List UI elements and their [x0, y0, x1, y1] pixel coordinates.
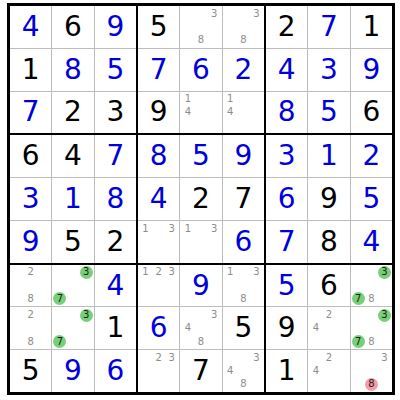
candidate-slot-8 — [194, 248, 207, 261]
box-4: 647318952 — [10, 135, 136, 262]
candidate-slot-1 — [181, 308, 194, 321]
cell-r7c2[interactable]: 37 — [52, 265, 93, 307]
candidate-grid: 378 — [352, 308, 391, 348]
candidate-slot-6 — [250, 106, 263, 119]
solved-digit: 7 — [278, 228, 296, 256]
candidate-8: 8 — [198, 337, 204, 347]
cell-r3c5[interactable]: 14 — [180, 92, 221, 134]
candidate-slot-1: 1 — [181, 93, 194, 106]
candidate-slot-4: 4 — [224, 106, 237, 119]
candidate-slot-9 — [208, 34, 221, 47]
candidate-slot-1: 1 — [139, 266, 152, 279]
candidate-slot-4 — [139, 279, 152, 292]
cell-r6c1[interactable]: 9 — [10, 221, 51, 263]
cell-r7c6[interactable]: 138 — [223, 265, 264, 307]
candidate-slot-3: 3 — [250, 266, 263, 279]
cell-r8c5[interactable]: 348 — [180, 307, 221, 349]
candidate-slot-2 — [237, 7, 250, 20]
cell-r6c7[interactable]: 7 — [266, 221, 307, 263]
candidate-slot-5 — [365, 279, 378, 292]
cell-r2c4[interactable]: 7 — [138, 49, 179, 91]
given-digit: 2 — [106, 228, 124, 256]
candidate-grid: 138 — [224, 266, 263, 306]
candidate-slot-9 — [80, 335, 93, 348]
cell-r7c3[interactable]: 4 — [95, 265, 136, 307]
candidate-slot-2: 2 — [322, 308, 335, 321]
candidate-4: 4 — [313, 323, 319, 333]
candidate-slot-4: 4 — [224, 364, 237, 377]
cell-r8c6[interactable]: 5 — [223, 307, 264, 349]
cell-r5c2[interactable]: 1 — [52, 178, 93, 220]
cell-r2c2[interactable]: 8 — [52, 49, 93, 91]
candidate-slot-8 — [152, 292, 165, 305]
given-digit: 1 — [278, 357, 296, 385]
box-7: 2837428371596 — [10, 265, 136, 392]
candidate-slot-7 — [11, 292, 24, 305]
candidate-slot-4 — [53, 322, 66, 335]
candidate-slot-4: 4 — [309, 364, 322, 377]
cell-r5c3[interactable]: 8 — [95, 178, 136, 220]
candidate-grid: 14 — [224, 93, 263, 133]
candidate-3-green-highlight: 3 — [378, 309, 391, 322]
candidate-grid: 37 — [53, 308, 92, 348]
given-digit: 9 — [150, 98, 168, 126]
cell-r3c9[interactable]: 6 — [351, 92, 392, 134]
candidate-slot-3: 3 — [378, 308, 391, 321]
candidate-grid: 24 — [309, 351, 348, 391]
cell-r5c5[interactable]: 2 — [180, 178, 221, 220]
cell-r9c2[interactable]: 9 — [52, 350, 93, 392]
cell-r1c2[interactable]: 6 — [52, 6, 93, 48]
box-3: 271439856 — [266, 6, 392, 133]
cell-r4c6[interactable]: 9 — [223, 135, 264, 177]
box-8: 123913863485237348 — [138, 265, 264, 392]
candidate-slot-8: 8 — [194, 34, 207, 47]
candidate-slot-7 — [309, 378, 322, 391]
candidate-slot-1 — [309, 351, 322, 364]
candidate-slot-6 — [208, 322, 221, 335]
candidate-slot-7 — [224, 378, 237, 391]
candidate-grid: 38 — [352, 351, 391, 391]
cell-r7c7[interactable]: 5 — [266, 265, 307, 307]
candidate-2: 2 — [155, 353, 161, 363]
candidate-slot-4 — [53, 279, 66, 292]
cell-r2c9[interactable]: 9 — [351, 49, 392, 91]
given-digit: 6 — [64, 13, 82, 41]
candidate-8-red-highlight: 8 — [365, 378, 378, 391]
candidate-slot-5 — [365, 364, 378, 377]
candidate-slot-9 — [378, 335, 391, 348]
cell-r2c1[interactable]: 1 — [10, 49, 51, 91]
candidate-slot-2: 2 — [24, 266, 37, 279]
cell-r8c7[interactable]: 9 — [266, 307, 307, 349]
candidate-slot-2 — [237, 351, 250, 364]
solved-digit: 2 — [234, 56, 252, 84]
candidate-3: 3 — [169, 353, 175, 363]
candidate-grid: 13 — [139, 222, 178, 262]
candidate-slot-7 — [11, 335, 24, 348]
candidate-1: 1 — [227, 94, 233, 104]
given-digit: 5 — [64, 228, 82, 256]
solved-digit: 5 — [106, 56, 124, 84]
cell-r6c6[interactable]: 6 — [223, 221, 264, 263]
cell-r2c7[interactable]: 4 — [266, 49, 307, 91]
candidate-slot-8 — [66, 292, 79, 305]
candidate-slot-5 — [152, 279, 165, 292]
cell-r7c4[interactable]: 123 — [138, 265, 179, 307]
solved-digit: 1 — [320, 142, 338, 170]
candidate-slot-7 — [224, 34, 237, 47]
candidate-slot-5 — [322, 364, 335, 377]
candidate-2: 2 — [27, 267, 33, 277]
cell-r2c5[interactable]: 6 — [180, 49, 221, 91]
candidate-slot-5 — [66, 279, 79, 292]
candidate-slot-8 — [237, 119, 250, 132]
candidate-slot-7: 7 — [53, 292, 66, 305]
candidate-1: 1 — [227, 267, 233, 277]
cell-r5c9[interactable]: 5 — [351, 178, 392, 220]
candidate-slot-6 — [378, 364, 391, 377]
cell-r8c4[interactable]: 6 — [138, 307, 179, 349]
candidate-slot-9 — [250, 378, 263, 391]
cell-r1c1[interactable]: 4 — [10, 6, 51, 48]
candidate-slot-6 — [165, 364, 178, 377]
candidate-slot-4: 4 — [309, 322, 322, 335]
candidate-grid: 38 — [224, 7, 263, 47]
candidate-2: 2 — [155, 267, 161, 277]
candidate-slot-6 — [165, 279, 178, 292]
solved-digit: 1 — [64, 185, 82, 213]
candidate-8: 8 — [198, 35, 204, 45]
cell-r9c9[interactable]: 38 — [351, 350, 392, 392]
cell-r1c6[interactable]: 38 — [223, 6, 264, 48]
candidate-slot-3: 3 — [208, 222, 221, 235]
candidate-slot-3: 3 — [80, 266, 93, 279]
cell-r5c6[interactable]: 7 — [223, 178, 264, 220]
cell-r5c8[interactable]: 9 — [308, 178, 349, 220]
candidate-slot-1 — [53, 308, 66, 321]
cell-r1c9[interactable]: 1 — [351, 6, 392, 48]
cell-r1c4[interactable]: 5 — [138, 6, 179, 48]
cell-r8c1[interactable]: 28 — [10, 307, 51, 349]
candidate-slot-3 — [208, 93, 221, 106]
solved-digit: 9 — [362, 56, 380, 84]
solved-digit: 8 — [64, 56, 82, 84]
cell-r7c9[interactable]: 378 — [351, 265, 392, 307]
candidate-slot-1 — [181, 7, 194, 20]
solved-digit: 4 — [22, 13, 40, 41]
candidate-slot-1 — [11, 308, 24, 321]
cell-r9c7[interactable]: 1 — [266, 350, 307, 392]
candidate-slot-2 — [365, 351, 378, 364]
candidate-slot-4 — [224, 20, 237, 33]
candidate-slot-9 — [250, 119, 263, 132]
candidate-slot-5 — [237, 364, 250, 377]
candidate-slot-2: 2 — [322, 351, 335, 364]
cell-r8c3[interactable]: 1 — [95, 307, 136, 349]
solved-digit: 9 — [234, 142, 252, 170]
cell-r5c4[interactable]: 4 — [138, 178, 179, 220]
cell-r6c9[interactable]: 4 — [351, 221, 392, 263]
candidate-slot-5 — [194, 106, 207, 119]
candidate-slot-2 — [237, 266, 250, 279]
candidate-slot-3 — [336, 308, 349, 321]
candidate-slot-9 — [37, 335, 50, 348]
candidate-slot-8: 8 — [365, 335, 378, 348]
candidate-3-green-highlight: 3 — [80, 309, 93, 322]
candidate-slot-8: 8 — [365, 378, 378, 391]
candidate-1: 1 — [185, 224, 191, 234]
candidate-slot-6 — [37, 322, 50, 335]
cell-r3c1[interactable]: 7 — [10, 92, 51, 134]
cell-r4c4[interactable]: 8 — [138, 135, 179, 177]
cell-r9c6[interactable]: 348 — [223, 350, 264, 392]
solved-digit: 6 — [106, 357, 124, 385]
candidate-3: 3 — [253, 9, 259, 19]
candidate-slot-7 — [224, 292, 237, 305]
cell-r7c5[interactable]: 9 — [180, 265, 221, 307]
cell-r9c4[interactable]: 23 — [138, 350, 179, 392]
candidate-slot-5 — [66, 322, 79, 335]
sudoku-board: 4691857235383876291414271439856647318952… — [7, 3, 395, 395]
solved-digit: 3 — [320, 56, 338, 84]
candidate-8: 8 — [27, 294, 33, 304]
candidate-grid: 37 — [53, 266, 92, 306]
candidate-4: 4 — [185, 323, 191, 333]
cell-r5c7[interactable]: 6 — [266, 178, 307, 220]
given-digit: 4 — [64, 142, 82, 170]
cell-r2c8[interactable]: 3 — [308, 49, 349, 91]
cell-r4c3[interactable]: 7 — [95, 135, 136, 177]
candidate-slot-9 — [37, 292, 50, 305]
candidate-slot-1: 1 — [224, 93, 237, 106]
cell-r8c9[interactable]: 378 — [351, 307, 392, 349]
candidate-7-green-highlight: 7 — [352, 335, 365, 348]
cell-r9c3[interactable]: 6 — [95, 350, 136, 392]
candidate-3: 3 — [253, 353, 259, 363]
candidate-slot-8 — [152, 378, 165, 391]
candidate-slot-3 — [336, 351, 349, 364]
candidate-slot-4 — [181, 235, 194, 248]
candidate-slot-6 — [80, 322, 93, 335]
solved-digit: 6 — [150, 314, 168, 342]
cell-r7c8[interactable]: 6 — [308, 265, 349, 307]
solved-digit: 6 — [278, 185, 296, 213]
cell-r1c3[interactable]: 9 — [95, 6, 136, 48]
cell-r4c5[interactable]: 5 — [180, 135, 221, 177]
cell-r6c3[interactable]: 2 — [95, 221, 136, 263]
cell-r4c7[interactable]: 3 — [266, 135, 307, 177]
candidate-8: 8 — [240, 35, 246, 45]
candidate-slot-3: 3 — [208, 308, 221, 321]
candidate-slot-5 — [152, 235, 165, 248]
cell-r3c2[interactable]: 2 — [52, 92, 93, 134]
given-digit: 5 — [22, 357, 40, 385]
solved-digit: 6 — [192, 56, 210, 84]
candidate-slot-1 — [224, 7, 237, 20]
candidate-slot-5 — [152, 364, 165, 377]
candidate-slot-3: 3 — [165, 351, 178, 364]
given-digit: 6 — [22, 142, 40, 170]
solved-digit: 7 — [150, 56, 168, 84]
candidate-slot-6 — [37, 279, 50, 292]
candidate-grid: 123 — [139, 266, 178, 306]
cell-r4c1[interactable]: 6 — [10, 135, 51, 177]
cell-r2c3[interactable]: 5 — [95, 49, 136, 91]
candidate-2: 2 — [326, 353, 332, 363]
given-digit: 1 — [22, 56, 40, 84]
cell-r1c7[interactable]: 2 — [266, 6, 307, 48]
solved-digit: 9 — [64, 357, 82, 385]
candidate-slot-8 — [194, 119, 207, 132]
candidate-7-green-highlight: 7 — [53, 335, 66, 348]
candidate-slot-4 — [352, 364, 365, 377]
solved-digit: 3 — [278, 142, 296, 170]
solved-digit: 4 — [106, 272, 124, 300]
candidate-slot-4 — [181, 20, 194, 33]
candidate-slot-6 — [250, 279, 263, 292]
candidate-grid: 348 — [181, 308, 220, 348]
solved-digit: 5 — [362, 185, 380, 213]
candidate-slot-5 — [194, 20, 207, 33]
candidate-grid: 28 — [11, 308, 50, 348]
cell-r3c4[interactable]: 9 — [138, 92, 179, 134]
candidate-slot-2 — [194, 222, 207, 235]
candidate-slot-7 — [139, 378, 152, 391]
candidate-slot-9 — [165, 378, 178, 391]
given-digit: 2 — [64, 98, 82, 126]
candidate-slot-3 — [37, 266, 50, 279]
candidate-slot-6 — [208, 106, 221, 119]
solved-digit: 7 — [106, 142, 124, 170]
candidate-slot-2 — [194, 308, 207, 321]
candidate-slot-2 — [365, 266, 378, 279]
candidate-grid: 23 — [139, 351, 178, 391]
given-digit: 2 — [192, 185, 210, 213]
cell-r7c1[interactable]: 28 — [10, 265, 51, 307]
candidate-slot-8 — [152, 248, 165, 261]
candidate-slot-8: 8 — [24, 335, 37, 348]
candidate-slot-2: 2 — [24, 308, 37, 321]
cell-r5c1[interactable]: 3 — [10, 178, 51, 220]
solved-digit: 3 — [22, 185, 40, 213]
box-1: 469185723 — [10, 6, 136, 133]
candidate-slot-5 — [194, 235, 207, 248]
candidate-slot-1 — [224, 351, 237, 364]
candidate-slot-7: 7 — [352, 335, 365, 348]
candidate-slot-2 — [237, 93, 250, 106]
candidate-4: 4 — [185, 107, 191, 117]
candidate-slot-3: 3 — [378, 266, 391, 279]
solved-digit: 5 — [278, 272, 296, 300]
candidate-3: 3 — [211, 310, 217, 320]
candidate-slot-1: 1 — [139, 222, 152, 235]
candidate-slot-2 — [365, 308, 378, 321]
cell-r3c8[interactable]: 5 — [308, 92, 349, 134]
cell-r4c8[interactable]: 1 — [308, 135, 349, 177]
candidate-slot-6 — [80, 279, 93, 292]
candidate-slot-9 — [378, 378, 391, 391]
candidate-slot-1 — [139, 351, 152, 364]
cell-r8c2[interactable]: 37 — [52, 307, 93, 349]
solved-digit: 6 — [234, 228, 252, 256]
candidate-slot-3: 3 — [208, 7, 221, 20]
candidate-slot-9 — [336, 335, 349, 348]
candidate-slot-3: 3 — [165, 266, 178, 279]
candidate-slot-8 — [322, 335, 335, 348]
cell-r4c2[interactable]: 4 — [52, 135, 93, 177]
cell-r3c6[interactable]: 14 — [223, 92, 264, 134]
solved-digit: 7 — [22, 98, 40, 126]
cell-r8c8[interactable]: 24 — [308, 307, 349, 349]
given-digit: 6 — [362, 98, 380, 126]
candidate-slot-5 — [365, 322, 378, 335]
cell-r6c8[interactable]: 8 — [308, 221, 349, 263]
candidate-8: 8 — [368, 294, 374, 304]
cell-r3c7[interactable]: 8 — [266, 92, 307, 134]
candidate-slot-6 — [165, 235, 178, 248]
candidate-slot-5 — [322, 322, 335, 335]
cell-r2c6[interactable]: 2 — [223, 49, 264, 91]
candidate-slot-2 — [152, 222, 165, 235]
cell-r6c2[interactable]: 5 — [52, 221, 93, 263]
candidate-slot-3: 3 — [250, 7, 263, 20]
candidate-grid: 13 — [181, 222, 220, 262]
candidate-slot-6 — [208, 20, 221, 33]
candidate-8: 8 — [368, 337, 374, 347]
candidate-grid: 28 — [11, 266, 50, 306]
candidate-3-green-highlight: 3 — [378, 266, 391, 279]
solved-digit: 9 — [22, 228, 40, 256]
candidate-slot-9 — [250, 34, 263, 47]
cell-r1c5[interactable]: 38 — [180, 6, 221, 48]
candidate-slot-3: 3 — [165, 222, 178, 235]
candidate-slot-8: 8 — [365, 292, 378, 305]
candidate-slot-7 — [309, 335, 322, 348]
candidate-slot-4 — [352, 322, 365, 335]
candidate-8: 8 — [240, 294, 246, 304]
candidate-slot-6 — [250, 20, 263, 33]
candidate-slot-7 — [352, 378, 365, 391]
solved-digit: 2 — [362, 142, 380, 170]
candidate-grid: 38 — [181, 7, 220, 47]
cell-r3c3[interactable]: 3 — [95, 92, 136, 134]
given-digit: 1 — [106, 314, 124, 342]
cell-r1c8[interactable]: 7 — [308, 6, 349, 48]
cell-r9c8[interactable]: 24 — [308, 350, 349, 392]
candidate-4: 4 — [227, 107, 233, 117]
cell-r9c5[interactable]: 7 — [180, 350, 221, 392]
cell-r6c4[interactable]: 13 — [138, 221, 179, 263]
candidate-slot-5 — [24, 279, 37, 292]
cell-r4c9[interactable]: 2 — [351, 135, 392, 177]
cell-r6c5[interactable]: 13 — [180, 221, 221, 263]
candidate-slot-6 — [250, 364, 263, 377]
candidate-slot-1: 1 — [224, 266, 237, 279]
cell-r9c1[interactable]: 5 — [10, 350, 51, 392]
candidate-slot-7: 7 — [352, 292, 365, 305]
solved-digit: 4 — [278, 56, 296, 84]
given-digit: 9 — [278, 314, 296, 342]
solved-digit: 8 — [150, 142, 168, 170]
candidate-grid: 378 — [352, 266, 391, 306]
candidate-slot-1 — [53, 266, 66, 279]
candidate-slot-2 — [66, 266, 79, 279]
given-digit: 6 — [320, 272, 338, 300]
candidate-slot-9 — [165, 292, 178, 305]
candidate-slot-3: 3 — [80, 308, 93, 321]
box-2: 5383876291414 — [138, 6, 264, 133]
